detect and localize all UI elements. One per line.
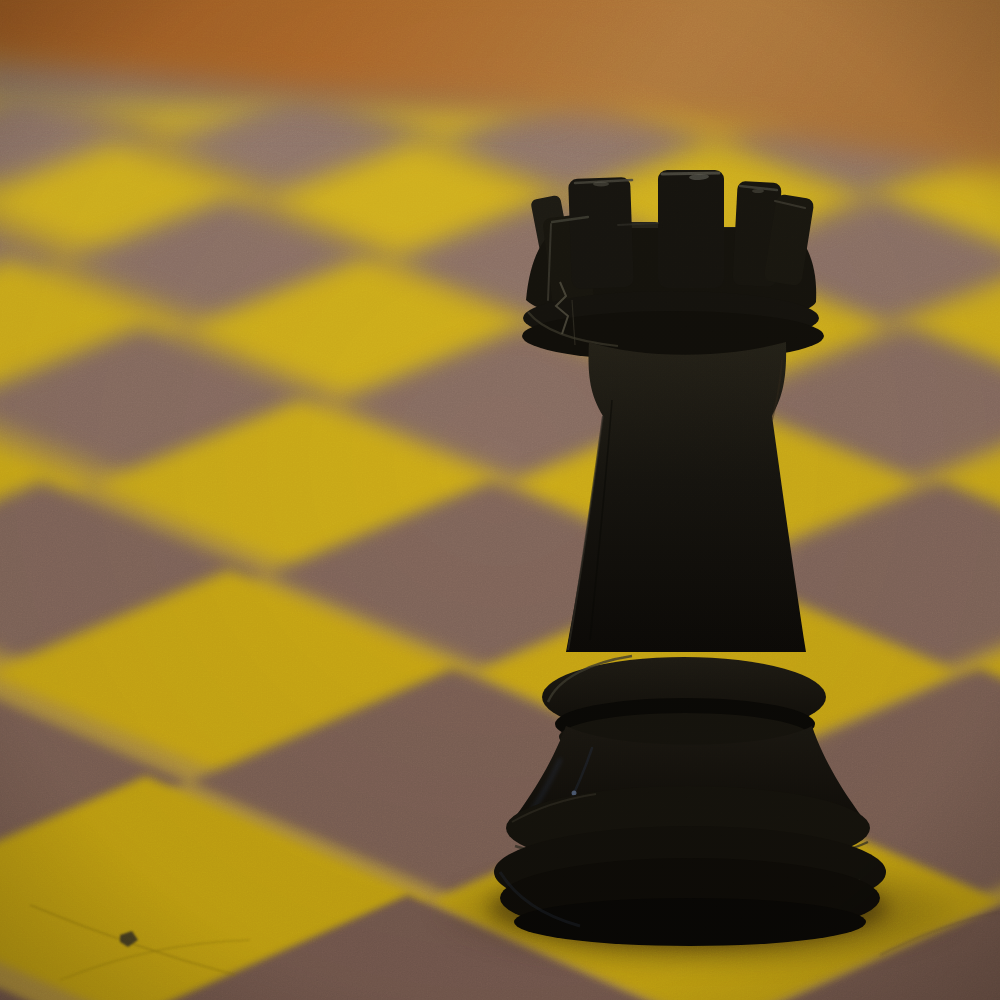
- photo-scene: [0, 0, 1000, 1000]
- scene-svg: [0, 0, 1000, 1000]
- vignette: [0, 0, 1000, 1000]
